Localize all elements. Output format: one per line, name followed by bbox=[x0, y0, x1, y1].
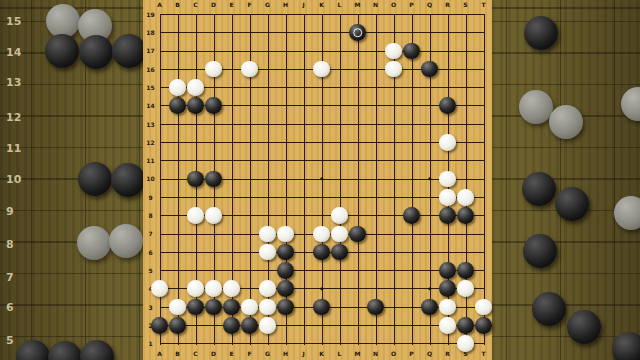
stone-white-R9 bbox=[439, 189, 456, 206]
go-board[interactable]: ABCDEFGHJKLMNOPQRST ABCDEFGHJKLMNOPQRST … bbox=[143, 0, 492, 360]
panel-row-number-9: 9 bbox=[6, 205, 14, 218]
panel-stone-black-2 bbox=[45, 34, 79, 68]
stone-black-B2 bbox=[169, 317, 186, 334]
stone-black-P17 bbox=[403, 43, 420, 60]
stone-black-H4 bbox=[277, 280, 294, 297]
stone-white-H7 bbox=[277, 226, 294, 243]
panel-stone-gray-9 bbox=[614, 196, 640, 230]
stone-black-R14 bbox=[439, 97, 456, 114]
panel-stone-gray-0 bbox=[46, 4, 80, 38]
stone-black-Q16 bbox=[421, 61, 438, 78]
panel-stone-black-5 bbox=[555, 187, 589, 221]
stone-white-F3 bbox=[241, 299, 258, 316]
stone-white-B3 bbox=[169, 299, 186, 316]
stone-black-C10 bbox=[187, 171, 204, 188]
stone-white-G2 bbox=[259, 317, 276, 334]
stone-white-C8 bbox=[187, 207, 204, 224]
panel-stone-black-10 bbox=[612, 332, 640, 360]
stone-black-T2 bbox=[475, 317, 492, 334]
stone-white-D4 bbox=[205, 280, 222, 297]
stone-white-R12 bbox=[439, 134, 456, 151]
stone-black-H5 bbox=[277, 262, 294, 279]
panel-stone-black-5 bbox=[78, 162, 112, 196]
stone-black-R4 bbox=[439, 280, 456, 297]
stone-white-R2 bbox=[439, 317, 456, 334]
stone-black-C3 bbox=[187, 299, 204, 316]
panel-row-number-6: 6 bbox=[6, 301, 14, 314]
panel-stone-black-7 bbox=[532, 292, 566, 326]
stone-black-L6 bbox=[331, 244, 348, 261]
panel-row-number-5: 5 bbox=[6, 334, 14, 347]
panel-stone-gray-2 bbox=[549, 105, 583, 139]
background-panel-right bbox=[492, 0, 640, 360]
panel-stone-gray-3 bbox=[621, 87, 640, 121]
stone-black-M7 bbox=[349, 226, 366, 243]
stone-white-O17 bbox=[385, 43, 402, 60]
panel-stone-gray-7 bbox=[77, 226, 111, 260]
stone-black-H3 bbox=[277, 299, 294, 316]
stone-black-E3 bbox=[223, 299, 240, 316]
screenshot-frame: 15141312111098765 ABCDEFGHJKLMNOPQRST AB… bbox=[0, 0, 640, 360]
stone-black-B14 bbox=[169, 97, 186, 114]
stone-black-S5 bbox=[457, 262, 474, 279]
stone-white-K16 bbox=[313, 61, 330, 78]
stone-black-D10 bbox=[205, 171, 222, 188]
stone-white-O16 bbox=[385, 61, 402, 78]
stone-black-F2 bbox=[241, 317, 258, 334]
stone-white-F16 bbox=[241, 61, 258, 78]
stone-black-H6 bbox=[277, 244, 294, 261]
panel-stone-black-0 bbox=[524, 16, 558, 50]
panel-row-number-11: 11 bbox=[6, 142, 21, 155]
stone-white-G6 bbox=[259, 244, 276, 261]
stone-black-K6 bbox=[313, 244, 330, 261]
panel-stone-black-6 bbox=[523, 234, 557, 268]
stone-black-R5 bbox=[439, 262, 456, 279]
stone-black-M18 bbox=[349, 24, 366, 41]
stone-black-R8 bbox=[439, 207, 456, 224]
panel-row-number-7: 7 bbox=[6, 271, 14, 284]
panel-stone-black-6 bbox=[111, 163, 143, 197]
stone-white-L7 bbox=[331, 226, 348, 243]
stone-white-A4 bbox=[151, 280, 168, 297]
panel-stone-black-4 bbox=[112, 34, 143, 68]
panel-row-number-14: 14 bbox=[6, 46, 21, 59]
last-move-marker bbox=[353, 28, 363, 38]
stone-white-S9 bbox=[457, 189, 474, 206]
stone-white-C4 bbox=[187, 280, 204, 297]
stone-white-K7 bbox=[313, 226, 330, 243]
stone-white-S1 bbox=[457, 335, 474, 352]
stone-white-L8 bbox=[331, 207, 348, 224]
panel-row-number-8: 8 bbox=[6, 238, 14, 251]
stone-black-D3 bbox=[205, 299, 222, 316]
stone-white-R10 bbox=[439, 171, 456, 188]
stone-white-E4 bbox=[223, 280, 240, 297]
stone-black-Q3 bbox=[421, 299, 438, 316]
stone-black-E2 bbox=[223, 317, 240, 334]
panel-stone-gray-8 bbox=[109, 224, 143, 258]
stone-black-S8 bbox=[457, 207, 474, 224]
background-panel-left: 15141312111098765 bbox=[0, 0, 143, 360]
stone-white-T3 bbox=[475, 299, 492, 316]
panel-row-number-15: 15 bbox=[6, 15, 21, 28]
stone-black-N3 bbox=[367, 299, 384, 316]
panel-row-number-10: 10 bbox=[6, 173, 21, 186]
stone-black-C14 bbox=[187, 97, 204, 114]
stone-white-G4 bbox=[259, 280, 276, 297]
panel-stone-black-4 bbox=[522, 172, 556, 206]
stone-white-S4 bbox=[457, 280, 474, 297]
panel-stone-black-10 bbox=[48, 341, 82, 360]
panel-row-number-13: 13 bbox=[6, 76, 21, 89]
panel-row-number-12: 12 bbox=[6, 111, 21, 124]
panel-stone-black-11 bbox=[80, 340, 114, 360]
panel-stone-black-3 bbox=[79, 35, 113, 69]
stone-white-R3 bbox=[439, 299, 456, 316]
stone-white-D8 bbox=[205, 207, 222, 224]
stone-white-B15 bbox=[169, 79, 186, 96]
stone-black-A2 bbox=[151, 317, 168, 334]
stone-white-G3 bbox=[259, 299, 276, 316]
stone-white-D16 bbox=[205, 61, 222, 78]
panel-stone-black-9 bbox=[16, 340, 50, 360]
stone-black-D14 bbox=[205, 97, 222, 114]
stone-white-C15 bbox=[187, 79, 204, 96]
panel-stone-black-8 bbox=[567, 310, 601, 344]
panel-stone-gray-1 bbox=[519, 90, 553, 124]
stone-black-P8 bbox=[403, 207, 420, 224]
stones-layer bbox=[151, 5, 493, 353]
stone-white-G7 bbox=[259, 226, 276, 243]
stone-black-K3 bbox=[313, 299, 330, 316]
stone-black-S2 bbox=[457, 317, 474, 334]
